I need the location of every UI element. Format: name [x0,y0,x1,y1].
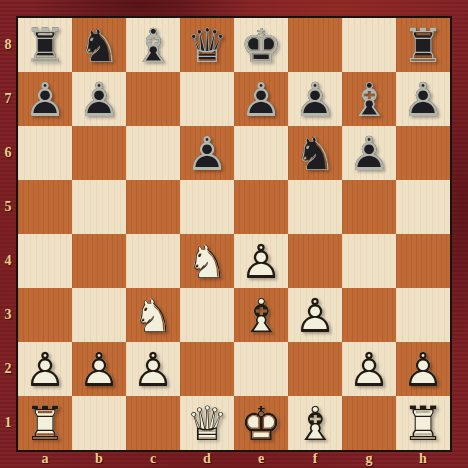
black-pawn-g6[interactable]: ♟♙ [342,126,396,180]
black-bishop-g7[interactable]: ♝♗ [342,72,396,126]
king-outline-icon: ♔ [240,22,282,69]
square-b1[interactable] [72,396,126,450]
knight-outline-icon: ♘ [132,292,174,339]
black-pawn-b7[interactable]: ♟♙ [72,72,126,126]
square-d3[interactable] [180,288,234,342]
square-a1[interactable]: ♜♖ [18,396,72,450]
chess-board-frame: 87654321 abcdefgh ♜♖♞♘♝♗♛♕♚♔♜♖♟♙♟♙♟♙♟♙♝♗… [0,0,468,468]
pawn-outline-icon: ♙ [348,346,390,393]
black-knight-b8[interactable]: ♞♘ [72,18,126,72]
square-d2[interactable] [180,342,234,396]
square-c4[interactable] [126,234,180,288]
file-label-e: e [234,450,288,468]
black-pawn-f7[interactable]: ♟♙ [288,72,342,126]
square-f4[interactable] [288,234,342,288]
file-label-c: c [126,450,180,468]
pawn-outline-icon: ♙ [132,346,174,393]
file-label-g: g [342,450,396,468]
black-pawn-a7[interactable]: ♟♙ [18,72,72,126]
rank-label-1: 1 [0,396,16,450]
black-pawn-h7[interactable]: ♟♙ [396,72,450,126]
pawn-outline-icon: ♙ [186,130,228,177]
square-a6[interactable] [18,126,72,180]
black-rook-a8[interactable]: ♜♖ [18,18,72,72]
square-a2[interactable]: ♟♙ [18,342,72,396]
rank-label-6: 6 [0,126,16,180]
square-e6[interactable] [234,126,288,180]
pawn-outline-icon: ♙ [402,76,444,123]
rank-label-3: 3 [0,288,16,342]
square-g5[interactable] [342,180,396,234]
white-pawn-b2[interactable]: ♟♙ [72,342,126,396]
square-a3[interactable] [18,288,72,342]
square-e1[interactable]: ♚♔ [234,396,288,450]
square-c6[interactable] [126,126,180,180]
pawn-outline-icon: ♙ [240,76,282,123]
square-b2[interactable]: ♟♙ [72,342,126,396]
square-d7[interactable] [180,72,234,126]
rank-label-7: 7 [0,72,16,126]
square-c5[interactable] [126,180,180,234]
square-h5[interactable] [396,180,450,234]
square-d4[interactable]: ♞♘ [180,234,234,288]
chess-board: ♜♖♞♘♝♗♛♕♚♔♜♖♟♙♟♙♟♙♟♙♝♗♟♙♟♙♞♘♟♙♞♘♟♙♞♘♝♗♟♙… [16,16,452,452]
square-g7[interactable]: ♝♗ [342,72,396,126]
rank-label-2: 2 [0,342,16,396]
square-g1[interactable] [342,396,396,450]
pawn-outline-icon: ♙ [402,346,444,393]
bishop-outline-icon: ♗ [240,292,282,339]
square-h3[interactable] [396,288,450,342]
square-c7[interactable] [126,72,180,126]
rook-outline-icon: ♖ [24,22,66,69]
black-queen-d8[interactable]: ♛♕ [180,18,234,72]
pawn-outline-icon: ♙ [24,76,66,123]
file-label-a: a [18,450,72,468]
square-d6[interactable]: ♟♙ [180,126,234,180]
black-knight-f6[interactable]: ♞♘ [288,126,342,180]
pawn-outline-icon: ♙ [240,238,282,285]
square-c1[interactable] [126,396,180,450]
white-pawn-e4[interactable]: ♟♙ [234,234,288,288]
square-d8[interactable]: ♛♕ [180,18,234,72]
square-a8[interactable]: ♜♖ [18,18,72,72]
square-f3[interactable]: ♟♙ [288,288,342,342]
square-g2[interactable]: ♟♙ [342,342,396,396]
king-outline-icon: ♔ [240,400,282,447]
white-rook-h1[interactable]: ♜♖ [396,396,450,450]
knight-outline-icon: ♘ [78,22,120,69]
white-queen-d1[interactable]: ♛♕ [180,396,234,450]
bishop-outline-icon: ♗ [294,400,336,447]
square-b5[interactable] [72,180,126,234]
black-pawn-d6[interactable]: ♟♙ [180,126,234,180]
rook-outline-icon: ♖ [402,22,444,69]
rook-outline-icon: ♖ [24,400,66,447]
square-f7[interactable]: ♟♙ [288,72,342,126]
square-h4[interactable] [396,234,450,288]
square-h2[interactable]: ♟♙ [396,342,450,396]
black-pawn-e7[interactable]: ♟♙ [234,72,288,126]
rank-label-5: 5 [0,180,16,234]
square-e2[interactable] [234,342,288,396]
square-h6[interactable] [396,126,450,180]
white-rook-a1[interactable]: ♜♖ [18,396,72,450]
bishop-outline-icon: ♗ [132,22,174,69]
square-d5[interactable] [180,180,234,234]
queen-outline-icon: ♕ [186,400,228,447]
white-pawn-a2[interactable]: ♟♙ [18,342,72,396]
black-bishop-c8[interactable]: ♝♗ [126,18,180,72]
bishop-outline-icon: ♗ [348,76,390,123]
file-label-h: h [396,450,450,468]
square-f1[interactable]: ♝♗ [288,396,342,450]
white-knight-d4[interactable]: ♞♘ [180,234,234,288]
square-h7[interactable]: ♟♙ [396,72,450,126]
file-label-d: d [180,450,234,468]
square-e3[interactable]: ♝♗ [234,288,288,342]
square-e7[interactable]: ♟♙ [234,72,288,126]
queen-outline-icon: ♕ [186,22,228,69]
white-bishop-f1[interactable]: ♝♗ [288,396,342,450]
square-h8[interactable]: ♜♖ [396,18,450,72]
square-f8[interactable] [288,18,342,72]
pawn-outline-icon: ♙ [24,346,66,393]
square-b7[interactable]: ♟♙ [72,72,126,126]
square-h1[interactable]: ♜♖ [396,396,450,450]
square-b4[interactable] [72,234,126,288]
square-c2[interactable]: ♟♙ [126,342,180,396]
pawn-outline-icon: ♙ [294,292,336,339]
black-rook-h8[interactable]: ♜♖ [396,18,450,72]
black-king-e8[interactable]: ♚♔ [234,18,288,72]
pawn-outline-icon: ♙ [348,130,390,177]
rook-outline-icon: ♖ [402,400,444,447]
white-pawn-f3[interactable]: ♟♙ [288,288,342,342]
rank-label-8: 8 [0,18,16,72]
white-pawn-g2[interactable]: ♟♙ [342,342,396,396]
square-d1[interactable]: ♛♕ [180,396,234,450]
square-a5[interactable] [18,180,72,234]
knight-outline-icon: ♘ [294,130,336,177]
square-g4[interactable] [342,234,396,288]
white-pawn-h2[interactable]: ♟♙ [396,342,450,396]
rank-label-4: 4 [0,234,16,288]
white-knight-c3[interactable]: ♞♘ [126,288,180,342]
square-c8[interactable]: ♝♗ [126,18,180,72]
white-bishop-e3[interactable]: ♝♗ [234,288,288,342]
white-pawn-c2[interactable]: ♟♙ [126,342,180,396]
square-f6[interactable]: ♞♘ [288,126,342,180]
pawn-outline-icon: ♙ [78,76,120,123]
square-e8[interactable]: ♚♔ [234,18,288,72]
square-e4[interactable]: ♟♙ [234,234,288,288]
rank-labels: 87654321 [0,18,16,450]
white-king-e1[interactable]: ♚♔ [234,396,288,450]
pawn-outline-icon: ♙ [294,76,336,123]
square-g8[interactable] [342,18,396,72]
file-labels: abcdefgh [18,450,450,468]
knight-outline-icon: ♘ [186,238,228,285]
square-f5[interactable] [288,180,342,234]
square-f2[interactable] [288,342,342,396]
square-g6[interactable]: ♟♙ [342,126,396,180]
square-e5[interactable] [234,180,288,234]
file-label-f: f [288,450,342,468]
square-b6[interactable] [72,126,126,180]
square-b8[interactable]: ♞♘ [72,18,126,72]
square-c3[interactable]: ♞♘ [126,288,180,342]
square-a4[interactable] [18,234,72,288]
pawn-outline-icon: ♙ [78,346,120,393]
file-label-b: b [72,450,126,468]
square-g3[interactable] [342,288,396,342]
square-a7[interactable]: ♟♙ [18,72,72,126]
square-b3[interactable] [72,288,126,342]
